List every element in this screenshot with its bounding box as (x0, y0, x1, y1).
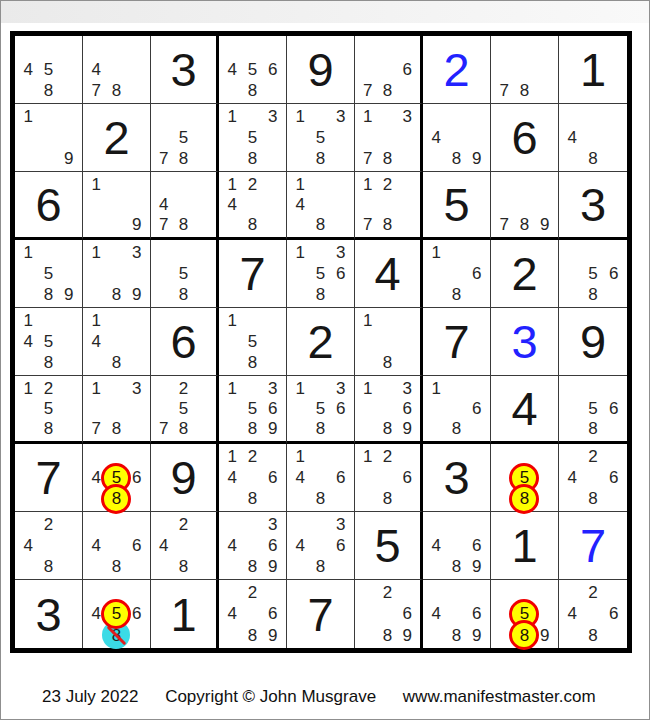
candidate: 4 (91, 333, 100, 350)
pencil-slot-6: 6 (331, 398, 351, 418)
pencil-slot-1: 1 (222, 310, 242, 331)
pencil-slot-4 (426, 398, 446, 418)
pencil-slot-2 (446, 582, 466, 603)
cell-r9c7[interactable]: 4689 (423, 580, 491, 648)
cell-r6c4[interactable]: 135689 (219, 376, 287, 444)
cell-r9c2[interactable]: 4568 (83, 580, 151, 648)
pencil-slot-3 (193, 174, 213, 194)
cell-r3c1[interactable]: 6 (15, 172, 83, 240)
pencil-slot-1: 1 (426, 242, 446, 263)
pencil-slot-8: 8 (583, 148, 604, 169)
pencil-slot-4 (18, 398, 38, 418)
cell-r5c6[interactable]: 18 (355, 308, 423, 376)
pencil-slot-4: 4 (290, 535, 310, 556)
pencil-marks: 1458 (18, 310, 79, 373)
pencil-slot-7: 7 (86, 80, 106, 101)
pencil-slot-9 (603, 625, 624, 646)
cell-r5c3[interactable]: 6 (151, 308, 219, 376)
cell-r1c7[interactable]: 2 (423, 36, 491, 104)
pencil-slot-9 (331, 419, 351, 439)
pencil-slot-8: 8 (514, 625, 534, 646)
candidate: 3 (402, 380, 411, 397)
solved-digit-blue: 2 (443, 46, 469, 93)
cell-r5c7[interactable]: 7 (423, 308, 491, 376)
candidate: 4 (227, 605, 236, 622)
cell-r3c5[interactable]: 148 (287, 172, 355, 240)
pencil-slot-6 (59, 263, 79, 284)
solved-digit-blue: 3 (511, 318, 537, 365)
candidate: 9 (268, 627, 277, 644)
pencil-slot-9 (59, 352, 79, 373)
pencil-slot-8: 8 (174, 556, 194, 577)
pencil-slot-8: 8 (38, 284, 58, 305)
pencil-slot-6 (397, 194, 417, 214)
cell-r5c9[interactable]: 9 (559, 308, 627, 376)
cell-r2c6[interactable]: 1378 (355, 104, 423, 172)
candidate: 6 (472, 537, 481, 554)
pencil-slot-2: 2 (38, 378, 58, 398)
candidate: 8 (316, 216, 325, 233)
pencil-slot-9 (331, 148, 351, 169)
pencil-slot-1 (494, 38, 514, 59)
footer: 23 July 2022 Copyright © John Musgrave w… (42, 687, 596, 707)
cell-r1c5[interactable]: 9 (287, 36, 355, 104)
cell-r4c4[interactable]: 7 (219, 240, 287, 308)
candidate: 1 (91, 380, 100, 397)
pencil-marks: 19 (86, 174, 147, 235)
cell-r3c7[interactable]: 5 (423, 172, 491, 240)
pencil-slot-6: 6 (467, 535, 487, 556)
cell-r1c9[interactable]: 1 (559, 36, 627, 104)
candidate: 8 (588, 286, 597, 303)
pencil-slot-4: 4 (86, 535, 106, 556)
candidate: 4 (568, 129, 577, 146)
pencil-slot-8: 8 (174, 215, 194, 235)
candidate: 1 (295, 244, 304, 261)
solved-digit: 2 (103, 114, 129, 161)
pencil-slot-4 (222, 398, 242, 418)
pencil-slot-1 (494, 582, 514, 603)
pencil-slot-9: 9 (127, 215, 147, 235)
candidate: 8 (520, 82, 529, 99)
candidate: 5 (248, 333, 257, 350)
cell-r3c4[interactable]: 1248 (219, 172, 287, 240)
pencil-slot-5 (174, 535, 194, 556)
pencil-slot-6 (397, 127, 417, 148)
cell-r3c3[interactable]: 478 (151, 172, 219, 240)
cell-r5c5[interactable]: 2 (287, 308, 355, 376)
pencil-slot-2 (310, 242, 330, 263)
pencil-slot-4 (86, 194, 106, 214)
pencil-slot-7: 7 (154, 419, 174, 439)
pencil-slot-3 (331, 446, 351, 467)
pencil-marks: 2578 (154, 378, 213, 439)
candidate: 6 (268, 469, 277, 486)
cell-r8c5[interactable]: 3468 (287, 512, 355, 580)
candidate: 4 (23, 61, 32, 78)
pencil-slot-3 (127, 174, 147, 194)
pencil-slot-4 (358, 127, 378, 148)
pencil-marks: 24689 (222, 582, 283, 646)
cell-r4c2[interactable]: 1389 (83, 240, 151, 308)
pencil-slot-1 (426, 582, 446, 603)
pencil-slot-7 (358, 625, 378, 646)
solved-digit: 3 (170, 46, 196, 93)
pencil-marks: 148 (290, 174, 351, 235)
pencil-slot-5: 5 (242, 331, 262, 352)
cell-r1c2[interactable]: 478 (83, 36, 151, 104)
pencil-slot-7 (222, 352, 242, 373)
pencil-slot-9 (263, 148, 283, 169)
pencil-slot-9 (397, 148, 417, 169)
cell-r3c9[interactable]: 3 (559, 172, 627, 240)
pencil-slot-8: 8 (514, 488, 534, 509)
candidate: 6 (472, 400, 481, 417)
cell-r7c9[interactable]: 2468 (559, 444, 627, 512)
pencil-slot-8: 8 (310, 284, 330, 305)
cell-r9c8[interactable]: 589 (491, 580, 559, 648)
cell-r4c5[interactable]: 13568 (287, 240, 355, 308)
pencil-slot-5 (242, 535, 262, 556)
cell-r8c2[interactable]: 468 (83, 512, 151, 580)
pencil-slot-3 (603, 446, 624, 467)
cell-r7c4[interactable]: 12468 (219, 444, 287, 512)
pencil-marks: 1268 (358, 446, 417, 509)
cell-r2c9[interactable]: 48 (559, 104, 627, 172)
candidate: 8 (452, 150, 461, 167)
cell-r2c3[interactable]: 578 (151, 104, 219, 172)
solved-digit: 2 (511, 250, 537, 297)
pencil-slot-2 (38, 310, 58, 331)
pencil-slot-7 (222, 625, 242, 646)
cell-r3c6[interactable]: 1278 (355, 172, 423, 240)
pencil-slot-6 (331, 194, 351, 214)
pencil-marks: 4568 (86, 582, 147, 646)
pencil-slot-7: 7 (358, 148, 378, 169)
pencil-slot-6 (535, 59, 555, 80)
cell-r6c6[interactable]: 13689 (355, 376, 423, 444)
pencil-slot-2 (310, 378, 330, 398)
candidate: 2 (248, 584, 257, 601)
pencil-slot-8: 8 (446, 625, 466, 646)
pencil-marks: 4689 (426, 514, 487, 577)
pencil-slot-9 (331, 215, 351, 235)
pencil-slot-6 (397, 331, 417, 352)
cell-r5c2[interactable]: 148 (83, 308, 151, 376)
pencil-slot-2: 2 (378, 446, 398, 467)
pencil-slot-9 (263, 352, 283, 373)
pencil-slot-9: 9 (535, 215, 555, 235)
pencil-marks: 1389 (86, 242, 147, 305)
cell-r1c6[interactable]: 678 (355, 36, 423, 104)
pencil-slot-5: 5 (38, 263, 58, 284)
pencil-marks: 478 (86, 38, 147, 101)
cell-r2c1[interactable]: 19 (15, 104, 83, 172)
candidate: 4 (23, 333, 32, 350)
cell-r9c4[interactable]: 24689 (219, 580, 287, 648)
pencil-slot-1 (494, 174, 514, 194)
pencil-slot-1 (18, 38, 38, 59)
pencil-slot-5 (446, 535, 466, 556)
pencil-slot-2 (446, 514, 466, 535)
cell-r6c2[interactable]: 1378 (83, 376, 151, 444)
pencil-slot-5 (106, 194, 126, 214)
pencil-slot-7 (358, 419, 378, 439)
pencil-slot-7 (358, 488, 378, 509)
cell-r9c5[interactable]: 7 (287, 580, 355, 648)
cell-r7c5[interactable]: 1468 (287, 444, 355, 512)
pencil-slot-1 (154, 242, 174, 263)
candidate: 8 (383, 627, 392, 644)
cell-r7c2[interactable]: 4568 (83, 444, 151, 512)
candidate: 5 (316, 400, 325, 417)
pencil-slot-4: 4 (86, 59, 106, 80)
candidate: 1 (23, 380, 32, 397)
pencil-slot-5 (446, 263, 466, 284)
pencil-slot-5 (378, 603, 398, 624)
pencil-slot-1: 1 (86, 378, 106, 398)
pencil-marks: 168 (426, 242, 487, 305)
cell-r8c9[interactable]: 7 (559, 512, 627, 580)
pencil-slot-8: 8 (378, 352, 398, 373)
pencil-slot-7 (18, 80, 38, 101)
pencil-slot-3 (263, 582, 283, 603)
pencil-slot-7 (86, 284, 106, 305)
pencil-marks: 13568 (290, 242, 351, 305)
pencil-slot-2 (38, 38, 58, 59)
pencil-slot-2: 2 (378, 582, 398, 603)
pencil-slot-5: 5 (174, 398, 194, 418)
candidate: 8 (316, 490, 325, 507)
cell-r4c8[interactable]: 2 (491, 240, 559, 308)
pencil-marks: 248 (154, 514, 213, 577)
solved-digit-blue: 7 (580, 522, 606, 569)
pencil-slot-6 (603, 127, 624, 148)
pencil-slot-8: 8 (514, 215, 534, 235)
cell-r9c1[interactable]: 3 (15, 580, 83, 648)
cell-r2c5[interactable]: 1358 (287, 104, 355, 172)
pencil-slot-5: 5 (583, 263, 604, 284)
cell-r2c7[interactable]: 489 (423, 104, 491, 172)
pencil-slot-3 (59, 310, 79, 331)
cell-r1c1[interactable]: 458 (15, 36, 83, 104)
candidate: 9 (268, 558, 277, 575)
candidate: 8 (452, 420, 461, 437)
pencil-slot-2 (514, 38, 534, 59)
solved-digit: 7 (239, 250, 265, 297)
cell-r6c1[interactable]: 1258 (15, 376, 83, 444)
cell-r8c1[interactable]: 248 (15, 512, 83, 580)
pencil-slot-2 (174, 174, 194, 194)
pencil-slot-4 (494, 194, 514, 214)
cell-r2c8[interactable]: 6 (491, 104, 559, 172)
pencil-slot-2 (583, 378, 604, 398)
pencil-slot-6: 6 (263, 603, 283, 624)
cell-r6c9[interactable]: 568 (559, 376, 627, 444)
pencil-slot-4: 4 (222, 535, 242, 556)
pencil-slot-5: 5 (583, 398, 604, 418)
pencil-slot-7: 7 (494, 80, 514, 101)
pencil-slot-8: 8 (378, 80, 398, 101)
pencil-slot-4: 4 (222, 59, 242, 80)
pencil-slot-4 (426, 263, 446, 284)
cell-r7c3[interactable]: 9 (151, 444, 219, 512)
candidate: 7 (363, 150, 372, 167)
cell-r1c3[interactable]: 3 (151, 36, 219, 104)
cell-r3c8[interactable]: 789 (491, 172, 559, 240)
candidate: 2 (179, 380, 188, 397)
pencil-slot-9 (467, 419, 487, 439)
pencil-slot-3 (59, 38, 79, 59)
pencil-slot-5 (38, 535, 58, 556)
pencil-slot-1: 1 (358, 446, 378, 467)
pencil-slot-1: 1 (358, 174, 378, 194)
pencil-slot-6 (193, 127, 213, 148)
pencil-slot-5 (514, 194, 534, 214)
cell-r9c9[interactable]: 2468 (559, 580, 627, 648)
solved-digit: 5 (443, 181, 469, 228)
cell-r1c4[interactable]: 4568 (219, 36, 287, 104)
candidate: 2 (383, 584, 392, 601)
pencil-slot-5: 5 (310, 263, 330, 284)
cell-r4c1[interactable]: 1589 (15, 240, 83, 308)
pencil-marks: 1468 (290, 446, 351, 509)
pencil-marks: 468 (86, 514, 147, 577)
pencil-marks: 3468 (290, 514, 351, 577)
cell-r4c3[interactable]: 58 (151, 240, 219, 308)
candidate: 4 (91, 605, 100, 622)
footer-website: www.manifestmaster.com (403, 687, 596, 706)
pencil-marks: 578 (154, 106, 213, 169)
pencil-slot-7 (86, 556, 106, 577)
cell-r4c7[interactable]: 168 (423, 240, 491, 308)
candidate: 4 (431, 537, 440, 554)
candidate: 9 (64, 286, 73, 303)
candidate: 8 (452, 286, 461, 303)
candidate: 8 (44, 82, 53, 99)
candidate: 8 (383, 420, 392, 437)
pencil-marks: 1278 (358, 174, 417, 235)
candidate: 7 (363, 216, 372, 233)
cell-r8c4[interactable]: 34689 (219, 512, 287, 580)
cell-r6c8[interactable]: 4 (491, 376, 559, 444)
candidate: 1 (363, 176, 372, 193)
pencil-slot-3 (467, 514, 487, 535)
pencil-slot-6: 6 (467, 603, 487, 624)
candidate: 4 (227, 61, 236, 78)
cell-r8c8[interactable]: 1 (491, 512, 559, 580)
pencil-slot-6: 6 (127, 535, 147, 556)
candidate: 8 (383, 490, 392, 507)
cell-r2c2[interactable]: 2 (83, 104, 151, 172)
pencil-slot-6 (59, 331, 79, 352)
candidate: 4 (295, 469, 304, 486)
cell-r7c1[interactable]: 7 (15, 444, 83, 512)
cell-r6c7[interactable]: 168 (423, 376, 491, 444)
pencil-slot-3: 3 (331, 242, 351, 263)
pencil-slot-4: 4 (18, 331, 38, 352)
cell-r8c7[interactable]: 4689 (423, 512, 491, 580)
candidate: 6 (336, 537, 345, 554)
pencil-marks: 678 (358, 38, 417, 101)
pencil-slot-8: 8 (106, 80, 126, 101)
pencil-slot-5 (310, 467, 330, 488)
pencil-slot-7: 7 (154, 148, 174, 169)
cell-r6c3[interactable]: 2578 (151, 376, 219, 444)
candidate: 5 (44, 400, 53, 417)
cell-r7c8[interactable]: 58 (491, 444, 559, 512)
pencil-slot-1 (426, 106, 446, 127)
cell-r8c6[interactable]: 5 (355, 512, 423, 580)
cell-r9c6[interactable]: 2689 (355, 580, 423, 648)
pencil-slot-6 (535, 194, 555, 214)
cell-r4c6[interactable]: 4 (355, 240, 423, 308)
candidate: 8 (248, 558, 257, 575)
cell-r4c9[interactable]: 568 (559, 240, 627, 308)
pencil-slot-4: 4 (562, 467, 583, 488)
pencil-slot-5 (583, 127, 604, 148)
cell-r8c3[interactable]: 248 (151, 512, 219, 580)
candidate: 1 (363, 108, 372, 125)
cell-r9c3[interactable]: 1 (151, 580, 219, 648)
candidate: 1 (227, 176, 236, 193)
pencil-slot-3 (59, 242, 79, 263)
pencil-slot-3: 3 (331, 514, 351, 535)
solved-digit: 1 (511, 522, 537, 569)
pencil-slot-5 (242, 603, 262, 624)
pencil-slot-7 (86, 352, 106, 373)
pencil-slot-8: 8 (378, 215, 398, 235)
pencil-slot-9: 9 (59, 284, 79, 305)
pencil-slot-4 (562, 398, 583, 418)
pencil-slot-1: 1 (18, 106, 38, 127)
candidate: 8 (452, 558, 461, 575)
pencil-slot-3 (127, 38, 147, 59)
pencil-slot-4 (290, 263, 310, 284)
pencil-slot-7 (222, 488, 242, 509)
cell-r5c8[interactable]: 3 (491, 308, 559, 376)
cell-r5c1[interactable]: 1458 (15, 308, 83, 376)
cell-r7c7[interactable]: 3 (423, 444, 491, 512)
cell-r1c8[interactable]: 78 (491, 36, 559, 104)
pencil-slot-3 (603, 582, 624, 603)
cell-r2c4[interactable]: 1358 (219, 104, 287, 172)
cell-r7c6[interactable]: 1268 (355, 444, 423, 512)
candidate: 3 (132, 244, 141, 261)
pencil-slot-1 (154, 514, 174, 535)
cell-r6c5[interactable]: 13568 (287, 376, 355, 444)
pencil-marks: 58 (494, 446, 555, 509)
pencil-slot-8: 8 (583, 284, 604, 305)
pencil-slot-2 (174, 106, 194, 127)
candidate: 8 (383, 82, 392, 99)
cell-r5c4[interactable]: 158 (219, 308, 287, 376)
pencil-marks: 158 (222, 310, 283, 373)
pencil-slot-5: 5 (242, 398, 262, 418)
pencil-slot-5 (106, 59, 126, 80)
pencil-marks: 568 (562, 242, 624, 305)
pencil-slot-9 (193, 284, 213, 305)
pencil-slot-5: 5 (242, 59, 262, 80)
candidate: 8 (112, 558, 121, 575)
pencil-slot-2 (106, 174, 126, 194)
pencil-slot-9 (535, 80, 555, 101)
candidate: 2 (248, 448, 257, 465)
candidate: 8 (248, 420, 257, 437)
cell-r3c2[interactable]: 19 (83, 172, 151, 240)
pencil-marks: 135689 (222, 378, 283, 439)
candidate: 6 (336, 400, 345, 417)
